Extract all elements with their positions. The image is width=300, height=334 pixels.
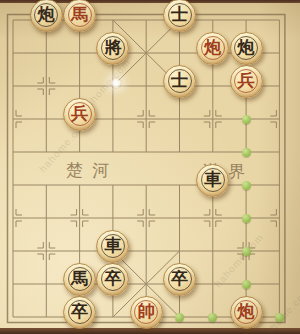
piece-red-soldier[interactable]: 兵 <box>63 98 96 131</box>
piece-glyph: 兵 <box>71 105 88 122</box>
piece-glyph: 車 <box>104 237 121 254</box>
piece-black-soldier[interactable]: 卒 <box>163 263 196 296</box>
move-target-dot[interactable] <box>242 214 251 223</box>
piece-red-soldier[interactable]: 兵 <box>230 65 263 98</box>
piece-glyph: 炮 <box>238 39 255 56</box>
xiangqi-board-screen: 楚河 漢界 hahome.comhahome.comhahome.comhaho… <box>0 0 300 334</box>
piece-glyph: 炮 <box>238 303 255 320</box>
move-target-dot[interactable] <box>242 247 251 256</box>
move-target-dot[interactable] <box>275 313 284 322</box>
piece-glyph: 兵 <box>238 72 255 89</box>
move-target-dot[interactable] <box>242 181 251 190</box>
move-target-dot[interactable] <box>242 280 251 289</box>
piece-black-chariot[interactable]: 車 <box>196 164 229 197</box>
piece-red-horse[interactable]: 馬 <box>63 0 96 32</box>
piece-glyph: 卒 <box>171 270 188 287</box>
piece-glyph: 車 <box>204 171 221 188</box>
piece-red-cannon[interactable]: 炮 <box>230 296 263 329</box>
piece-glyph: 馬 <box>71 6 88 23</box>
piece-glyph: 卒 <box>71 303 88 320</box>
piece-glyph: 士 <box>171 72 188 89</box>
move-target-dot[interactable] <box>175 313 184 322</box>
piece-red-cannon[interactable]: 炮 <box>196 32 229 65</box>
piece-black-cannon[interactable]: 炮 <box>230 32 263 65</box>
piece-black-chariot[interactable]: 車 <box>96 230 129 263</box>
move-target-dot[interactable] <box>242 115 251 124</box>
move-target-dot[interactable] <box>208 313 217 322</box>
piece-red-general[interactable]: 帥 <box>130 296 163 329</box>
move-target-dot[interactable] <box>242 148 251 157</box>
piece-black-horse[interactable]: 馬 <box>63 263 96 296</box>
piece-glyph: 馬 <box>71 270 88 287</box>
piece-glyph: 卒 <box>104 270 121 287</box>
piece-glyph: 炮 <box>204 39 221 56</box>
piece-black-soldier[interactable]: 卒 <box>63 296 96 329</box>
river-label-chu: 楚河 <box>66 159 118 182</box>
piece-glyph: 帥 <box>138 303 155 320</box>
piece-black-cannon[interactable]: 炮 <box>30 0 63 32</box>
piece-black-general[interactable]: 將 <box>96 32 129 65</box>
piece-black-advisor[interactable]: 士 <box>163 0 196 32</box>
sparkle-effect <box>110 77 122 89</box>
piece-glyph: 炮 <box>38 6 55 23</box>
piece-black-soldier[interactable]: 卒 <box>96 263 129 296</box>
piece-glyph: 士 <box>171 6 188 23</box>
piece-black-advisor[interactable]: 士 <box>163 65 196 98</box>
piece-glyph: 將 <box>104 39 121 56</box>
